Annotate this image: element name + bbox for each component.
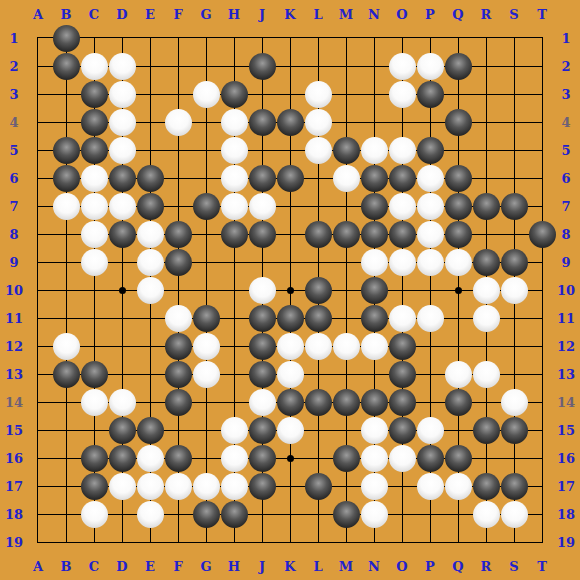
coord-label-row-left: 6 xyxy=(9,172,18,185)
stone-black[interactable] xyxy=(389,361,416,388)
stone-black[interactable] xyxy=(221,221,248,248)
stone-black[interactable] xyxy=(445,109,472,136)
stone-black[interactable] xyxy=(165,249,192,276)
stone-black[interactable] xyxy=(193,193,220,220)
stone-white[interactable] xyxy=(361,137,388,164)
stone-black[interactable] xyxy=(193,501,220,528)
stone-black[interactable] xyxy=(137,417,164,444)
coord-label-row-right: 7 xyxy=(561,200,570,213)
stone-white[interactable] xyxy=(501,277,528,304)
stone-black[interactable] xyxy=(249,165,276,192)
stone-white[interactable] xyxy=(389,81,416,108)
stone-white[interactable] xyxy=(221,165,248,192)
coord-label-row-right: 5 xyxy=(561,144,570,157)
stone-black[interactable] xyxy=(361,193,388,220)
coord-label-row-right: 15 xyxy=(557,424,575,437)
coord-label-col-bottom: E xyxy=(145,560,155,573)
stone-black[interactable] xyxy=(53,53,80,80)
coord-label-row-left: 1 xyxy=(9,32,18,45)
stone-white[interactable] xyxy=(221,417,248,444)
stone-white[interactable] xyxy=(109,53,136,80)
coord-label-row-right: 14 xyxy=(557,396,575,409)
coord-label-col-bottom: R xyxy=(481,560,492,573)
stone-white[interactable] xyxy=(389,445,416,472)
stone-black[interactable] xyxy=(501,417,528,444)
stone-white[interactable] xyxy=(417,193,444,220)
coord-label-row-left: 19 xyxy=(5,536,23,549)
stone-white[interactable] xyxy=(305,333,332,360)
stone-white[interactable] xyxy=(193,473,220,500)
stone-black[interactable] xyxy=(361,305,388,332)
stone-black[interactable] xyxy=(165,389,192,416)
stone-white[interactable] xyxy=(389,53,416,80)
stone-black[interactable] xyxy=(305,389,332,416)
coord-label-row-left: 2 xyxy=(9,60,18,73)
stone-white[interactable] xyxy=(137,445,164,472)
stone-black[interactable] xyxy=(81,137,108,164)
coord-label-col-top: N xyxy=(368,8,380,21)
stone-black[interactable] xyxy=(389,333,416,360)
coord-label-col-bottom: F xyxy=(173,560,182,573)
stone-black[interactable] xyxy=(333,501,360,528)
stone-white[interactable] xyxy=(361,333,388,360)
stone-white[interactable] xyxy=(277,361,304,388)
stone-black[interactable] xyxy=(417,445,444,472)
stone-black[interactable] xyxy=(417,137,444,164)
coord-label-col-bottom: D xyxy=(116,560,127,573)
stone-black[interactable] xyxy=(193,305,220,332)
stone-white[interactable] xyxy=(137,501,164,528)
coord-label-row-left: 13 xyxy=(5,368,23,381)
coord-label-col-top: L xyxy=(313,8,322,21)
coord-label-col-top: P xyxy=(425,8,435,21)
stone-black[interactable] xyxy=(445,193,472,220)
stone-white[interactable] xyxy=(109,137,136,164)
stone-white[interactable] xyxy=(473,305,500,332)
stone-white[interactable] xyxy=(501,501,528,528)
stone-black[interactable] xyxy=(165,445,192,472)
coord-label-row-left: 16 xyxy=(5,452,23,465)
coord-label-col-top: F xyxy=(173,8,182,21)
stone-black[interactable] xyxy=(389,221,416,248)
stone-white[interactable] xyxy=(473,361,500,388)
stone-white[interactable] xyxy=(165,109,192,136)
stone-white[interactable] xyxy=(193,81,220,108)
coord-label-col-top: G xyxy=(200,8,211,21)
coord-label-row-right: 13 xyxy=(557,368,575,381)
grid-line xyxy=(38,514,543,515)
stone-white[interactable] xyxy=(333,333,360,360)
stone-white[interactable] xyxy=(389,249,416,276)
coord-label-col-top: M xyxy=(339,8,353,21)
stone-black[interactable] xyxy=(53,25,80,52)
coord-label-col-bottom: B xyxy=(61,560,72,573)
stone-black[interactable] xyxy=(277,165,304,192)
coord-label-row-right: 12 xyxy=(557,340,575,353)
stone-white[interactable] xyxy=(389,137,416,164)
coord-label-col-top: A xyxy=(33,8,43,21)
coord-label-col-bottom: N xyxy=(368,560,380,573)
coord-label-row-right: 1 xyxy=(561,32,570,45)
stone-black[interactable] xyxy=(501,473,528,500)
stone-black[interactable] xyxy=(445,445,472,472)
coord-label-col-bottom: L xyxy=(313,560,322,573)
stone-black[interactable] xyxy=(137,193,164,220)
hoshi-point xyxy=(287,287,294,294)
stone-white[interactable] xyxy=(361,473,388,500)
coord-label-col-bottom: H xyxy=(228,560,240,573)
stone-black[interactable] xyxy=(445,165,472,192)
stone-white[interactable] xyxy=(249,389,276,416)
stone-white[interactable] xyxy=(361,501,388,528)
stone-white[interactable] xyxy=(277,417,304,444)
stone-white[interactable] xyxy=(361,445,388,472)
stone-white[interactable] xyxy=(445,361,472,388)
stone-white[interactable] xyxy=(109,389,136,416)
stone-black[interactable] xyxy=(277,305,304,332)
coord-label-row-left: 15 xyxy=(5,424,23,437)
coord-label-col-top: H xyxy=(228,8,240,21)
coord-label-col-top: E xyxy=(145,8,155,21)
stone-black[interactable] xyxy=(305,305,332,332)
stone-black[interactable] xyxy=(389,417,416,444)
stone-white[interactable] xyxy=(305,81,332,108)
stone-black[interactable] xyxy=(529,221,556,248)
stone-black[interactable] xyxy=(277,109,304,136)
stone-black[interactable] xyxy=(305,221,332,248)
coord-label-row-left: 10 xyxy=(5,284,23,297)
stone-black[interactable] xyxy=(249,221,276,248)
coord-label-col-bottom: J xyxy=(259,560,265,573)
stone-black[interactable] xyxy=(81,361,108,388)
coord-label-row-left: 11 xyxy=(5,312,23,325)
stone-black[interactable] xyxy=(473,417,500,444)
coord-label-row-right: 4 xyxy=(561,116,570,129)
stone-white[interactable] xyxy=(53,333,80,360)
stone-white[interactable] xyxy=(109,109,136,136)
stone-black[interactable] xyxy=(221,501,248,528)
stone-white[interactable] xyxy=(109,193,136,220)
stone-black[interactable] xyxy=(473,249,500,276)
coord-label-row-left: 7 xyxy=(9,200,18,213)
stone-black[interactable] xyxy=(473,473,500,500)
stone-black[interactable] xyxy=(81,81,108,108)
coord-label-col-top: D xyxy=(116,8,127,21)
stone-white[interactable] xyxy=(81,221,108,248)
coord-label-col-top: T xyxy=(537,8,547,21)
coord-label-col-top: C xyxy=(89,8,99,21)
stone-white[interactable] xyxy=(165,305,192,332)
hoshi-point xyxy=(119,287,126,294)
stone-white[interactable] xyxy=(389,305,416,332)
stone-white[interactable] xyxy=(305,137,332,164)
stone-black[interactable] xyxy=(501,193,528,220)
stone-black[interactable] xyxy=(361,165,388,192)
coord-label-col-bottom: G xyxy=(200,560,211,573)
stone-black[interactable] xyxy=(165,221,192,248)
stone-white[interactable] xyxy=(417,53,444,80)
coord-label-row-left: 5 xyxy=(9,144,18,157)
coord-label-row-left: 17 xyxy=(5,480,23,493)
stone-white[interactable] xyxy=(361,249,388,276)
stone-white[interactable] xyxy=(249,193,276,220)
coord-label-col-top: O xyxy=(396,8,407,21)
stone-white[interactable] xyxy=(109,473,136,500)
coord-label-col-top: S xyxy=(509,8,518,21)
coord-label-row-right: 3 xyxy=(561,88,570,101)
coord-label-row-left: 8 xyxy=(9,228,18,241)
stone-white[interactable] xyxy=(361,417,388,444)
stone-black[interactable] xyxy=(109,417,136,444)
stone-black[interactable] xyxy=(109,445,136,472)
stone-white[interactable] xyxy=(221,473,248,500)
coord-label-row-right: 16 xyxy=(557,452,575,465)
stone-white[interactable] xyxy=(417,221,444,248)
coord-label-row-left: 9 xyxy=(9,256,18,269)
stone-black[interactable] xyxy=(305,277,332,304)
stone-black[interactable] xyxy=(277,389,304,416)
stone-white[interactable] xyxy=(277,333,304,360)
stone-white[interactable] xyxy=(193,333,220,360)
stone-black[interactable] xyxy=(473,193,500,220)
stone-black[interactable] xyxy=(333,221,360,248)
stone-white[interactable] xyxy=(305,109,332,136)
stone-white[interactable] xyxy=(249,277,276,304)
stone-black[interactable] xyxy=(249,361,276,388)
stone-black[interactable] xyxy=(361,277,388,304)
coord-label-row-left: 14 xyxy=(5,396,23,409)
stone-white[interactable] xyxy=(417,305,444,332)
hoshi-point xyxy=(455,287,462,294)
stone-white[interactable] xyxy=(81,501,108,528)
stone-black[interactable] xyxy=(249,333,276,360)
stone-white[interactable] xyxy=(221,193,248,220)
stone-black[interactable] xyxy=(81,473,108,500)
coord-label-col-bottom: A xyxy=(33,560,43,573)
stone-black[interactable] xyxy=(249,445,276,472)
stone-white[interactable] xyxy=(221,137,248,164)
stone-black[interactable] xyxy=(445,221,472,248)
coord-label-row-right: 10 xyxy=(557,284,575,297)
stone-black[interactable] xyxy=(249,305,276,332)
stone-white[interactable] xyxy=(53,193,80,220)
stone-black[interactable] xyxy=(249,109,276,136)
stone-black[interactable] xyxy=(249,417,276,444)
stone-white[interactable] xyxy=(137,221,164,248)
stone-white[interactable] xyxy=(81,389,108,416)
stone-black[interactable] xyxy=(445,389,472,416)
stone-white[interactable] xyxy=(137,473,164,500)
stone-white[interactable] xyxy=(81,53,108,80)
stone-white[interactable] xyxy=(81,249,108,276)
stone-white[interactable] xyxy=(165,473,192,500)
stone-black[interactable] xyxy=(389,165,416,192)
stone-black[interactable] xyxy=(501,249,528,276)
coord-label-col-bottom: Q xyxy=(452,560,463,573)
coord-label-col-bottom: K xyxy=(284,560,295,573)
stone-black[interactable] xyxy=(389,389,416,416)
stone-black[interactable] xyxy=(109,165,136,192)
coord-label-row-right: 11 xyxy=(557,312,575,325)
stone-white[interactable] xyxy=(109,81,136,108)
stone-black[interactable] xyxy=(109,221,136,248)
stone-black[interactable] xyxy=(81,445,108,472)
stone-white[interactable] xyxy=(417,165,444,192)
coord-label-row-right: 9 xyxy=(561,256,570,269)
coord-label-col-bottom: C xyxy=(89,560,99,573)
coord-label-row-right: 8 xyxy=(561,228,570,241)
stone-black[interactable] xyxy=(165,333,192,360)
coord-label-row-right: 2 xyxy=(561,60,570,73)
stone-black[interactable] xyxy=(305,473,332,500)
coord-label-row-left: 12 xyxy=(5,340,23,353)
stone-white[interactable] xyxy=(445,473,472,500)
stone-white[interactable] xyxy=(221,445,248,472)
stone-black[interactable] xyxy=(361,389,388,416)
coord-label-col-top: B xyxy=(61,8,72,21)
hoshi-point xyxy=(287,455,294,462)
coord-label-row-left: 18 xyxy=(5,508,23,521)
coord-label-col-top: R xyxy=(481,8,492,21)
coord-label-row-right: 17 xyxy=(557,480,575,493)
coord-label-col-bottom: M xyxy=(339,560,353,573)
stone-black[interactable] xyxy=(333,389,360,416)
stone-black[interactable] xyxy=(249,473,276,500)
stone-white[interactable] xyxy=(333,165,360,192)
stone-black[interactable] xyxy=(221,81,248,108)
stone-black[interactable] xyxy=(417,81,444,108)
go-board[interactable]: AABBCCDDEEFFGGHHJJKKLLMMNNOOPPQQRRSSTT11… xyxy=(0,0,580,580)
coord-label-col-bottom: O xyxy=(396,560,407,573)
coord-label-col-top: K xyxy=(284,8,295,21)
coord-label-row-right: 19 xyxy=(557,536,575,549)
coord-label-row-right: 6 xyxy=(561,172,570,185)
stone-white[interactable] xyxy=(417,417,444,444)
stone-black[interactable] xyxy=(249,53,276,80)
stone-white[interactable] xyxy=(445,249,472,276)
coord-label-col-bottom: S xyxy=(509,560,518,573)
stone-white[interactable] xyxy=(473,277,500,304)
coord-label-row-left: 4 xyxy=(9,116,18,129)
stone-black[interactable] xyxy=(137,165,164,192)
stone-white[interactable] xyxy=(137,277,164,304)
stone-white[interactable] xyxy=(389,193,416,220)
stone-black[interactable] xyxy=(53,361,80,388)
stone-white[interactable] xyxy=(221,109,248,136)
stone-white[interactable] xyxy=(473,501,500,528)
stone-black[interactable] xyxy=(445,53,472,80)
stone-black[interactable] xyxy=(333,137,360,164)
stone-black[interactable] xyxy=(53,137,80,164)
coord-label-row-left: 3 xyxy=(9,88,18,101)
stone-black[interactable] xyxy=(361,221,388,248)
coord-label-col-bottom: T xyxy=(537,560,547,573)
stone-white[interactable] xyxy=(417,249,444,276)
coord-label-col-top: J xyxy=(259,8,265,21)
stone-black[interactable] xyxy=(333,445,360,472)
stone-white[interactable] xyxy=(81,193,108,220)
coord-label-row-right: 18 xyxy=(557,508,575,521)
stone-white[interactable] xyxy=(81,165,108,192)
stone-black[interactable] xyxy=(81,109,108,136)
stone-white[interactable] xyxy=(417,473,444,500)
coord-label-col-bottom: P xyxy=(425,560,435,573)
stone-black[interactable] xyxy=(165,361,192,388)
stone-white[interactable] xyxy=(137,249,164,276)
coord-label-col-top: Q xyxy=(452,8,463,21)
stone-black[interactable] xyxy=(53,165,80,192)
stone-white[interactable] xyxy=(193,361,220,388)
stone-white[interactable] xyxy=(501,389,528,416)
